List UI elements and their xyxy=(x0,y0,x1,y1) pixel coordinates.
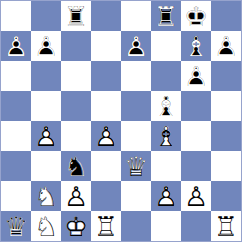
square-c8[interactable]: ♜♖ xyxy=(61,1,91,31)
black-pawn: ♟ xyxy=(1,31,31,61)
square-d7[interactable] xyxy=(91,31,121,61)
black-pawn: ♟ xyxy=(211,31,241,61)
black-pawn-outline: ♙ xyxy=(121,31,151,61)
square-d3[interactable] xyxy=(91,151,121,181)
black-pawn-outline: ♙ xyxy=(211,31,241,61)
square-d5[interactable] xyxy=(91,91,121,121)
black-king: ♚ xyxy=(181,1,211,31)
square-e3[interactable]: ♛♕ xyxy=(121,151,151,181)
square-g4[interactable] xyxy=(181,121,211,151)
square-f2[interactable]: ♟♙ xyxy=(151,181,181,211)
square-e8[interactable] xyxy=(121,1,151,31)
square-c4[interactable] xyxy=(61,121,91,151)
white-king: ♚ xyxy=(61,211,91,241)
square-d1[interactable]: ♜♖ xyxy=(91,211,121,241)
square-c3[interactable]: ♞♘ xyxy=(61,151,91,181)
black-queen-outline: ♕ xyxy=(1,211,31,241)
square-h8[interactable] xyxy=(211,1,241,31)
square-d2[interactable] xyxy=(91,181,121,211)
square-b7[interactable]: ♟♙ xyxy=(31,31,61,61)
square-e2[interactable] xyxy=(121,181,151,211)
white-pawn-outline: ♙ xyxy=(31,121,61,151)
square-f7[interactable] xyxy=(151,31,181,61)
square-c2[interactable]: ♟♙ xyxy=(61,181,91,211)
square-g1[interactable] xyxy=(181,211,211,241)
square-h2[interactable] xyxy=(211,181,241,211)
square-a4[interactable] xyxy=(1,121,31,151)
chess-board: ♜♖♜♖♚♔♟♙♟♙♟♙♝♗♟♙♟♙♝♗♟♙♟♙♝♗♞♘♛♕♞♘♟♙♟♙♟♙♛♕… xyxy=(0,0,242,242)
square-g6[interactable]: ♟♙ xyxy=(181,61,211,91)
square-g5[interactable] xyxy=(181,91,211,121)
white-knight: ♞ xyxy=(31,181,61,211)
white-rook: ♜ xyxy=(211,211,241,241)
square-g8[interactable]: ♚♔ xyxy=(181,1,211,31)
square-h3[interactable] xyxy=(211,151,241,181)
black-bishop-outline: ♗ xyxy=(151,91,181,121)
white-pawn-outline: ♙ xyxy=(61,181,91,211)
square-b6[interactable] xyxy=(31,61,61,91)
square-a2[interactable] xyxy=(1,181,31,211)
square-b1[interactable]: ♞♘ xyxy=(31,211,61,241)
square-g3[interactable] xyxy=(181,151,211,181)
black-king-outline: ♔ xyxy=(181,1,211,31)
black-pawn: ♟ xyxy=(31,31,61,61)
square-f1[interactable] xyxy=(151,211,181,241)
square-h7[interactable]: ♟♙ xyxy=(211,31,241,61)
white-pawn-outline: ♙ xyxy=(91,121,121,151)
black-rook-outline: ♖ xyxy=(151,1,181,31)
square-b8[interactable] xyxy=(31,1,61,31)
square-h6[interactable] xyxy=(211,61,241,91)
square-b4[interactable]: ♟♙ xyxy=(31,121,61,151)
square-a7[interactable]: ♟♙ xyxy=(1,31,31,61)
black-bishop-outline: ♗ xyxy=(181,31,211,61)
black-rook: ♜ xyxy=(151,1,181,31)
black-bishop: ♝ xyxy=(181,31,211,61)
square-b2[interactable]: ♞♘ xyxy=(31,181,61,211)
white-pawn: ♟ xyxy=(181,181,211,211)
square-e5[interactable] xyxy=(121,91,151,121)
black-pawn: ♟ xyxy=(121,31,151,61)
black-rook: ♜ xyxy=(61,1,91,31)
white-king-outline: ♔ xyxy=(61,211,91,241)
black-pawn-outline: ♙ xyxy=(181,61,211,91)
square-d8[interactable] xyxy=(91,1,121,31)
white-pawn: ♟ xyxy=(151,181,181,211)
square-e6[interactable] xyxy=(121,61,151,91)
white-pawn: ♟ xyxy=(31,121,61,151)
black-queen: ♛ xyxy=(1,211,31,241)
square-f4[interactable]: ♝♗ xyxy=(151,121,181,151)
white-knight-outline: ♘ xyxy=(31,181,61,211)
square-f6[interactable] xyxy=(151,61,181,91)
square-b3[interactable] xyxy=(31,151,61,181)
square-a8[interactable] xyxy=(1,1,31,31)
white-knight: ♞ xyxy=(31,211,61,241)
white-bishop-outline: ♗ xyxy=(151,121,181,151)
white-pawn: ♟ xyxy=(91,121,121,151)
square-a3[interactable] xyxy=(1,151,31,181)
white-rook: ♜ xyxy=(91,211,121,241)
square-c1[interactable]: ♚♔ xyxy=(61,211,91,241)
square-c6[interactable] xyxy=(61,61,91,91)
black-pawn-outline: ♙ xyxy=(31,31,61,61)
white-rook-outline: ♖ xyxy=(211,211,241,241)
square-h5[interactable] xyxy=(211,91,241,121)
square-d6[interactable] xyxy=(91,61,121,91)
square-g2[interactable]: ♟♙ xyxy=(181,181,211,211)
square-f3[interactable] xyxy=(151,151,181,181)
square-e1[interactable] xyxy=(121,211,151,241)
white-pawn-outline: ♙ xyxy=(181,181,211,211)
square-h4[interactable] xyxy=(211,121,241,151)
square-g7[interactable]: ♝♗ xyxy=(181,31,211,61)
white-rook-outline: ♖ xyxy=(91,211,121,241)
square-d4[interactable]: ♟♙ xyxy=(91,121,121,151)
white-bishop: ♝ xyxy=(151,121,181,151)
black-rook-outline: ♖ xyxy=(61,1,91,31)
square-b5[interactable] xyxy=(31,91,61,121)
white-pawn: ♟ xyxy=(61,181,91,211)
square-a6[interactable] xyxy=(1,61,31,91)
white-queen: ♛ xyxy=(121,151,151,181)
black-knight-outline: ♘ xyxy=(61,151,91,181)
white-knight-outline: ♘ xyxy=(31,211,61,241)
square-a1[interactable]: ♛♕ xyxy=(1,211,31,241)
white-pawn-outline: ♙ xyxy=(151,181,181,211)
square-c5[interactable] xyxy=(61,91,91,121)
square-a5[interactable] xyxy=(1,91,31,121)
square-f5[interactable]: ♝♗ xyxy=(151,91,181,121)
black-pawn: ♟ xyxy=(181,61,211,91)
black-knight: ♞ xyxy=(61,151,91,181)
square-c7[interactable] xyxy=(61,31,91,61)
white-queen-outline: ♕ xyxy=(121,151,151,181)
black-bishop: ♝ xyxy=(151,91,181,121)
square-e4[interactable] xyxy=(121,121,151,151)
square-f8[interactable]: ♜♖ xyxy=(151,1,181,31)
square-h1[interactable]: ♜♖ xyxy=(211,211,241,241)
square-e7[interactable]: ♟♙ xyxy=(121,31,151,61)
black-pawn-outline: ♙ xyxy=(1,31,31,61)
